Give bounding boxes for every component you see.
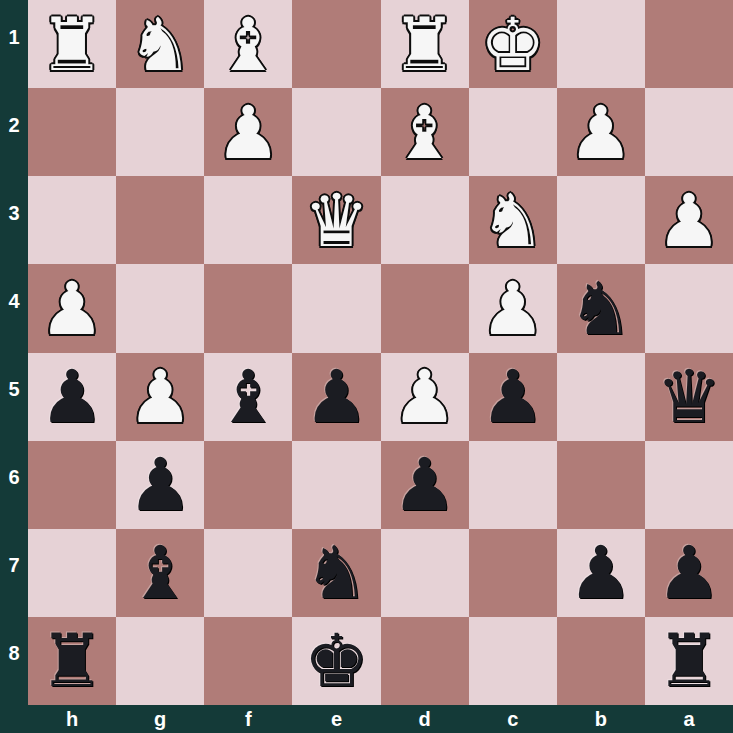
white-pawn: ♟ bbox=[480, 272, 545, 345]
black-bishop: ♝ bbox=[216, 360, 281, 433]
square-a1[interactable] bbox=[645, 0, 733, 88]
white-pawn: ♟ bbox=[568, 96, 633, 169]
square-f7[interactable] bbox=[204, 529, 292, 617]
square-f8[interactable] bbox=[204, 617, 292, 705]
square-b3[interactable] bbox=[557, 176, 645, 264]
black-pawn: ♟ bbox=[568, 536, 633, 609]
white-knight: ♞ bbox=[480, 184, 545, 257]
white-knight: ♞ bbox=[127, 8, 192, 81]
black-king: ♚ bbox=[304, 624, 369, 697]
rank-label-7: 7 bbox=[0, 529, 28, 617]
black-pawn: ♟ bbox=[39, 360, 104, 433]
file-label-b: b bbox=[557, 705, 645, 733]
square-e3[interactable]: ♛ bbox=[292, 176, 380, 264]
white-rook: ♜ bbox=[39, 8, 104, 81]
square-e4[interactable] bbox=[292, 264, 380, 352]
rank-label-2: 2 bbox=[0, 88, 28, 176]
black-pawn: ♟ bbox=[304, 360, 369, 433]
rank-label-6: 6 bbox=[0, 441, 28, 529]
white-pawn: ♟ bbox=[127, 360, 192, 433]
white-pawn: ♟ bbox=[39, 272, 104, 345]
square-a8[interactable]: ♜ bbox=[645, 617, 733, 705]
square-b6[interactable] bbox=[557, 441, 645, 529]
square-f1[interactable]: ♝ bbox=[204, 0, 292, 88]
square-h7[interactable] bbox=[28, 529, 116, 617]
square-c2[interactable] bbox=[469, 88, 557, 176]
square-a2[interactable] bbox=[645, 88, 733, 176]
square-d1[interactable]: ♜ bbox=[381, 0, 469, 88]
square-b2[interactable]: ♟ bbox=[557, 88, 645, 176]
white-pawn: ♟ bbox=[392, 360, 457, 433]
square-f4[interactable] bbox=[204, 264, 292, 352]
square-g2[interactable] bbox=[116, 88, 204, 176]
square-b7[interactable]: ♟ bbox=[557, 529, 645, 617]
black-queen: ♛ bbox=[656, 360, 721, 433]
square-b1[interactable] bbox=[557, 0, 645, 88]
rank-label-3: 3 bbox=[0, 176, 28, 264]
square-h6[interactable] bbox=[28, 441, 116, 529]
square-c7[interactable] bbox=[469, 529, 557, 617]
square-d5[interactable]: ♟ bbox=[381, 353, 469, 441]
square-e2[interactable] bbox=[292, 88, 380, 176]
square-a3[interactable]: ♟ bbox=[645, 176, 733, 264]
black-rook: ♜ bbox=[39, 624, 104, 697]
square-g3[interactable] bbox=[116, 176, 204, 264]
square-e7[interactable]: ♞ bbox=[292, 529, 380, 617]
black-knight: ♞ bbox=[304, 536, 369, 609]
square-g5[interactable]: ♟ bbox=[116, 353, 204, 441]
square-h2[interactable] bbox=[28, 88, 116, 176]
square-h8[interactable]: ♜ bbox=[28, 617, 116, 705]
square-h3[interactable] bbox=[28, 176, 116, 264]
square-h5[interactable]: ♟ bbox=[28, 353, 116, 441]
square-c1[interactable]: ♚ bbox=[469, 0, 557, 88]
file-label-f: f bbox=[204, 705, 292, 733]
rank-labels: 12345678 bbox=[0, 0, 28, 705]
black-pawn: ♟ bbox=[480, 360, 545, 433]
white-rook: ♜ bbox=[392, 8, 457, 81]
square-c5[interactable]: ♟ bbox=[469, 353, 557, 441]
square-d3[interactable] bbox=[381, 176, 469, 264]
white-bishop: ♝ bbox=[216, 8, 281, 81]
square-a5[interactable]: ♛ bbox=[645, 353, 733, 441]
black-pawn: ♟ bbox=[656, 536, 721, 609]
chess-board-container: 12345678 ♜♞♝♜♚♟♝♟♛♞♟♟♟♞♟♟♝♟♟♟♛♟♟♝♞♟♟♜♚♜ … bbox=[0, 0, 733, 733]
square-a7[interactable]: ♟ bbox=[645, 529, 733, 617]
file-label-e: e bbox=[292, 705, 380, 733]
square-f2[interactable]: ♟ bbox=[204, 88, 292, 176]
white-pawn: ♟ bbox=[216, 96, 281, 169]
black-bishop: ♝ bbox=[127, 536, 192, 609]
square-e8[interactable]: ♚ bbox=[292, 617, 380, 705]
white-bishop: ♝ bbox=[392, 96, 457, 169]
square-d4[interactable] bbox=[381, 264, 469, 352]
square-c4[interactable]: ♟ bbox=[469, 264, 557, 352]
file-label-a: a bbox=[645, 705, 733, 733]
square-f3[interactable] bbox=[204, 176, 292, 264]
rank-label-4: 4 bbox=[0, 264, 28, 352]
square-b8[interactable] bbox=[557, 617, 645, 705]
square-g6[interactable]: ♟ bbox=[116, 441, 204, 529]
square-e6[interactable] bbox=[292, 441, 380, 529]
square-g4[interactable] bbox=[116, 264, 204, 352]
square-d7[interactable] bbox=[381, 529, 469, 617]
white-pawn: ♟ bbox=[656, 184, 721, 257]
square-h1[interactable]: ♜ bbox=[28, 0, 116, 88]
file-label-g: g bbox=[116, 705, 204, 733]
rank-label-5: 5 bbox=[0, 353, 28, 441]
square-h4[interactable]: ♟ bbox=[28, 264, 116, 352]
rank-label-1: 1 bbox=[0, 0, 28, 88]
square-a6[interactable] bbox=[645, 441, 733, 529]
square-a4[interactable] bbox=[645, 264, 733, 352]
black-pawn: ♟ bbox=[127, 448, 192, 521]
square-b4[interactable]: ♞ bbox=[557, 264, 645, 352]
white-queen: ♛ bbox=[304, 184, 369, 257]
black-knight: ♞ bbox=[568, 272, 633, 345]
square-g8[interactable] bbox=[116, 617, 204, 705]
square-f5[interactable]: ♝ bbox=[204, 353, 292, 441]
rank-label-8: 8 bbox=[0, 617, 28, 705]
square-b5[interactable] bbox=[557, 353, 645, 441]
square-f6[interactable] bbox=[204, 441, 292, 529]
square-d8[interactable] bbox=[381, 617, 469, 705]
chess-board: ♜♞♝♜♚♟♝♟♛♞♟♟♟♞♟♟♝♟♟♟♛♟♟♝♞♟♟♜♚♜ bbox=[28, 0, 733, 705]
black-pawn: ♟ bbox=[392, 448, 457, 521]
file-labels: hgfedcba bbox=[28, 705, 733, 733]
square-e5[interactable]: ♟ bbox=[292, 353, 380, 441]
black-rook: ♜ bbox=[656, 624, 721, 697]
square-c3[interactable]: ♞ bbox=[469, 176, 557, 264]
square-d2[interactable]: ♝ bbox=[381, 88, 469, 176]
file-label-d: d bbox=[381, 705, 469, 733]
square-c8[interactable] bbox=[469, 617, 557, 705]
square-c6[interactable] bbox=[469, 441, 557, 529]
file-label-h: h bbox=[28, 705, 116, 733]
white-king: ♚ bbox=[480, 8, 545, 81]
file-label-c: c bbox=[469, 705, 557, 733]
square-g1[interactable]: ♞ bbox=[116, 0, 204, 88]
square-g7[interactable]: ♝ bbox=[116, 529, 204, 617]
square-e1[interactable] bbox=[292, 0, 380, 88]
square-d6[interactable]: ♟ bbox=[381, 441, 469, 529]
